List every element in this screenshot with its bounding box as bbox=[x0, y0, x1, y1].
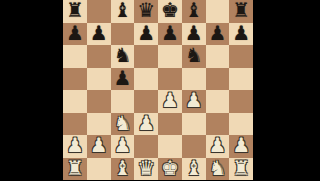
square-e2[interactable] bbox=[158, 135, 182, 158]
square-d3[interactable]: ♟ bbox=[134, 113, 158, 136]
square-a6[interactable] bbox=[63, 45, 87, 68]
square-b4[interactable] bbox=[87, 90, 111, 113]
square-d1[interactable]: ♛ bbox=[134, 158, 158, 181]
square-h1[interactable]: ♜ bbox=[229, 158, 253, 181]
black-bishop[interactable]: ♝ bbox=[185, 0, 203, 21]
square-d8[interactable]: ♛ bbox=[134, 0, 158, 23]
square-e7[interactable]: ♟ bbox=[158, 23, 182, 46]
square-b7[interactable]: ♟ bbox=[87, 23, 111, 46]
white-pawn[interactable]: ♟ bbox=[161, 90, 179, 111]
square-d4[interactable] bbox=[134, 90, 158, 113]
square-c7[interactable] bbox=[111, 23, 135, 46]
square-a2[interactable]: ♟ bbox=[63, 135, 87, 158]
white-pawn[interactable]: ♟ bbox=[66, 135, 84, 156]
square-a3[interactable] bbox=[63, 113, 87, 136]
black-queen[interactable]: ♛ bbox=[137, 0, 155, 21]
black-rook[interactable]: ♜ bbox=[232, 0, 250, 21]
square-d2[interactable] bbox=[134, 135, 158, 158]
black-pawn[interactable]: ♟ bbox=[90, 23, 108, 44]
black-pawn[interactable]: ♟ bbox=[66, 23, 84, 44]
black-pawn[interactable]: ♟ bbox=[137, 23, 155, 44]
square-a7[interactable]: ♟ bbox=[63, 23, 87, 46]
square-h6[interactable] bbox=[229, 45, 253, 68]
square-e5[interactable] bbox=[158, 68, 182, 91]
black-bishop[interactable]: ♝ bbox=[113, 0, 131, 21]
square-c5[interactable]: ♟ bbox=[111, 68, 135, 91]
white-bishop[interactable]: ♝ bbox=[113, 158, 131, 179]
video-frame: ♜♝♛♚♝♜♟♟♟♟♟♟♟♞♞♟♟♟♞♟♟♟♟♟♟♜♝♛♚♝♞♜ bbox=[0, 0, 320, 180]
square-f3[interactable] bbox=[182, 113, 206, 136]
square-h4[interactable] bbox=[229, 90, 253, 113]
square-e8[interactable]: ♚ bbox=[158, 0, 182, 23]
black-pawn[interactable]: ♟ bbox=[161, 23, 179, 44]
square-b6[interactable] bbox=[87, 45, 111, 68]
square-e3[interactable] bbox=[158, 113, 182, 136]
square-b8[interactable] bbox=[87, 0, 111, 23]
black-rook[interactable]: ♜ bbox=[66, 0, 84, 21]
square-f6[interactable]: ♞ bbox=[182, 45, 206, 68]
white-pawn[interactable]: ♟ bbox=[113, 135, 131, 156]
square-f4[interactable]: ♟ bbox=[182, 90, 206, 113]
square-h7[interactable]: ♟ bbox=[229, 23, 253, 46]
square-d5[interactable] bbox=[134, 68, 158, 91]
square-a4[interactable] bbox=[63, 90, 87, 113]
square-c1[interactable]: ♝ bbox=[111, 158, 135, 181]
square-a1[interactable]: ♜ bbox=[63, 158, 87, 181]
square-d6[interactable] bbox=[134, 45, 158, 68]
white-bishop[interactable]: ♝ bbox=[185, 158, 203, 179]
chess-board: ♜♝♛♚♝♜♟♟♟♟♟♟♟♞♞♟♟♟♞♟♟♟♟♟♟♜♝♛♚♝♞♜ bbox=[63, 0, 253, 180]
square-h8[interactable]: ♜ bbox=[229, 0, 253, 23]
white-knight[interactable]: ♞ bbox=[208, 158, 226, 179]
square-g7[interactable]: ♟ bbox=[206, 23, 230, 46]
square-c3[interactable]: ♞ bbox=[111, 113, 135, 136]
square-h5[interactable] bbox=[229, 68, 253, 91]
black-knight[interactable]: ♞ bbox=[113, 45, 131, 66]
square-a8[interactable]: ♜ bbox=[63, 0, 87, 23]
square-g8[interactable] bbox=[206, 0, 230, 23]
white-knight[interactable]: ♞ bbox=[113, 113, 131, 134]
square-g6[interactable] bbox=[206, 45, 230, 68]
square-g5[interactable] bbox=[206, 68, 230, 91]
square-f2[interactable] bbox=[182, 135, 206, 158]
square-b5[interactable] bbox=[87, 68, 111, 91]
square-g3[interactable] bbox=[206, 113, 230, 136]
square-f1[interactable]: ♝ bbox=[182, 158, 206, 181]
square-g4[interactable] bbox=[206, 90, 230, 113]
white-pawn[interactable]: ♟ bbox=[137, 113, 155, 134]
letterbox-right bbox=[253, 0, 320, 180]
white-pawn[interactable]: ♟ bbox=[90, 135, 108, 156]
white-queen[interactable]: ♛ bbox=[137, 158, 155, 179]
square-d7[interactable]: ♟ bbox=[134, 23, 158, 46]
white-pawn[interactable]: ♟ bbox=[185, 90, 203, 111]
black-pawn[interactable]: ♟ bbox=[232, 23, 250, 44]
square-b2[interactable]: ♟ bbox=[87, 135, 111, 158]
square-c6[interactable]: ♞ bbox=[111, 45, 135, 68]
white-rook[interactable]: ♜ bbox=[66, 158, 84, 179]
square-c8[interactable]: ♝ bbox=[111, 0, 135, 23]
black-pawn[interactable]: ♟ bbox=[185, 23, 203, 44]
square-g2[interactable]: ♟ bbox=[206, 135, 230, 158]
square-a5[interactable] bbox=[63, 68, 87, 91]
white-king[interactable]: ♚ bbox=[161, 158, 179, 179]
square-h2[interactable]: ♟ bbox=[229, 135, 253, 158]
black-knight[interactable]: ♞ bbox=[185, 45, 203, 66]
white-pawn[interactable]: ♟ bbox=[232, 135, 250, 156]
square-e4[interactable]: ♟ bbox=[158, 90, 182, 113]
square-c2[interactable]: ♟ bbox=[111, 135, 135, 158]
square-f8[interactable]: ♝ bbox=[182, 0, 206, 23]
square-b3[interactable] bbox=[87, 113, 111, 136]
letterbox-left bbox=[0, 0, 63, 180]
square-f7[interactable]: ♟ bbox=[182, 23, 206, 46]
square-e1[interactable]: ♚ bbox=[158, 158, 182, 181]
black-pawn[interactable]: ♟ bbox=[208, 23, 226, 44]
square-b1[interactable] bbox=[87, 158, 111, 181]
square-f5[interactable] bbox=[182, 68, 206, 91]
white-pawn[interactable]: ♟ bbox=[208, 135, 226, 156]
square-c4[interactable] bbox=[111, 90, 135, 113]
square-h3[interactable] bbox=[229, 113, 253, 136]
square-g1[interactable]: ♞ bbox=[206, 158, 230, 181]
black-king[interactable]: ♚ bbox=[161, 0, 179, 21]
square-e6[interactable] bbox=[158, 45, 182, 68]
black-pawn[interactable]: ♟ bbox=[113, 68, 131, 89]
white-rook[interactable]: ♜ bbox=[232, 158, 250, 179]
